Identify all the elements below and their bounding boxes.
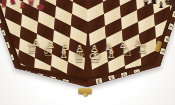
chess-piece-black-Q: ♛ [170, 2, 175, 12]
chess-piece-white-B: ♗ [105, 46, 117, 61]
chess-piece-white-K: ♔ [88, 47, 101, 65]
chess-piece-white-B: ♗ [58, 47, 70, 62]
chess-piece-red-N: ♞ [9, 0, 17, 6]
chess-piece-red-Q: ♛ [27, 0, 35, 7]
chess-piece-white-N: ♘ [42, 44, 54, 59]
three-player-chess-photo: ABCD EFGH 1234 5678 ♙♙♙♙♙♙♙♙♖♘♗♕♔♗♘♖♜♞♝♛… [0, 0, 175, 105]
chess-piece-white-R: ♖ [27, 42, 38, 56]
chess-piece-white-R: ♖ [137, 42, 148, 56]
chess-piece-white-N: ♘ [121, 44, 133, 59]
chess-piece-red-K: ♚ [36, 2, 44, 12]
chess-piece-black-R: ♜ [142, 0, 150, 9]
chess-piece-red-R: ♜ [0, 0, 8, 9]
brass-latch-knob-icon [83, 93, 88, 97]
chess-piece-white-Q: ♕ [73, 49, 86, 65]
chess-piece-red-B: ♝ [18, 0, 26, 10]
